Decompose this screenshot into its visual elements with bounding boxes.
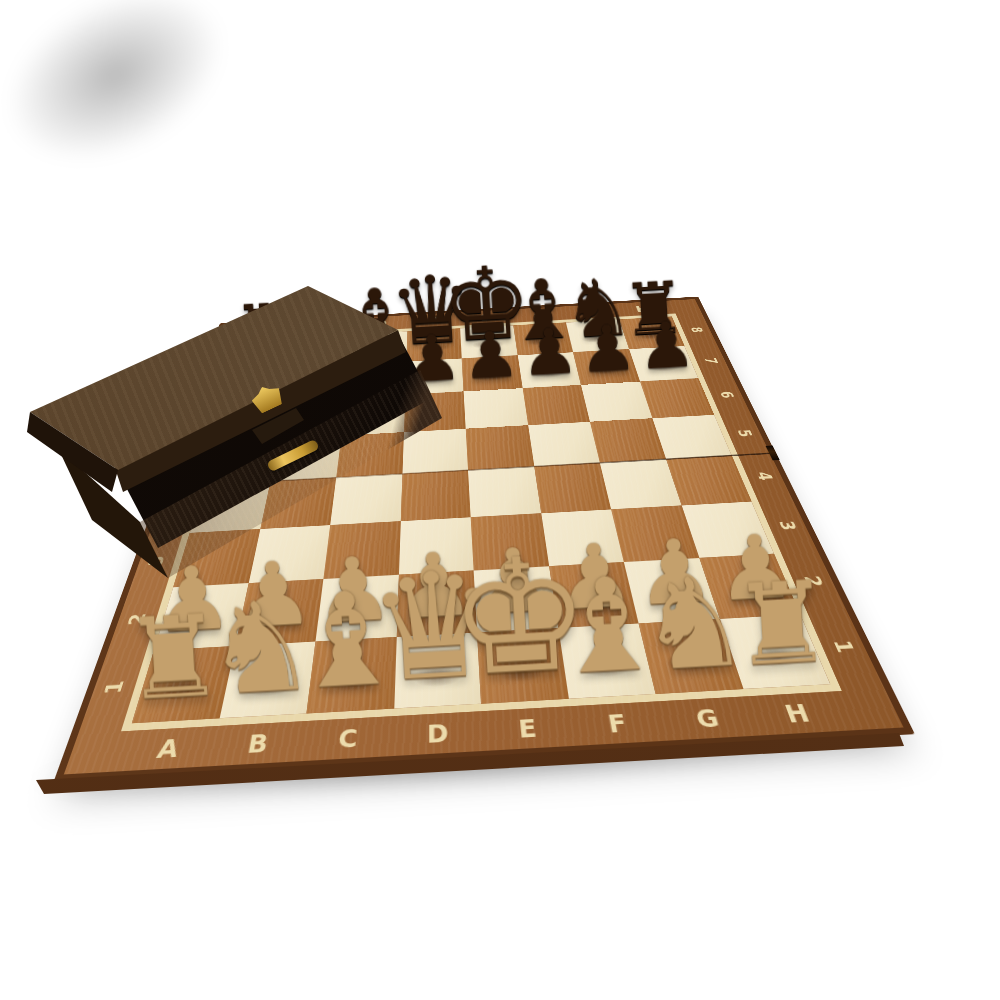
box-ground-shadow bbox=[0, 0, 252, 195]
chess-set-photo: ♜♞♝♛♚♝♞♜♟♟♟♟♟♟♟♟♟♟♟♟♟♟♟♟♜♞♝♛♚♝♞♜ ABCDEFG… bbox=[0, 0, 1000, 1000]
box-interior-felt bbox=[0, 0, 1000, 1000]
wooden-storage-box bbox=[0, 0, 1000, 1000]
